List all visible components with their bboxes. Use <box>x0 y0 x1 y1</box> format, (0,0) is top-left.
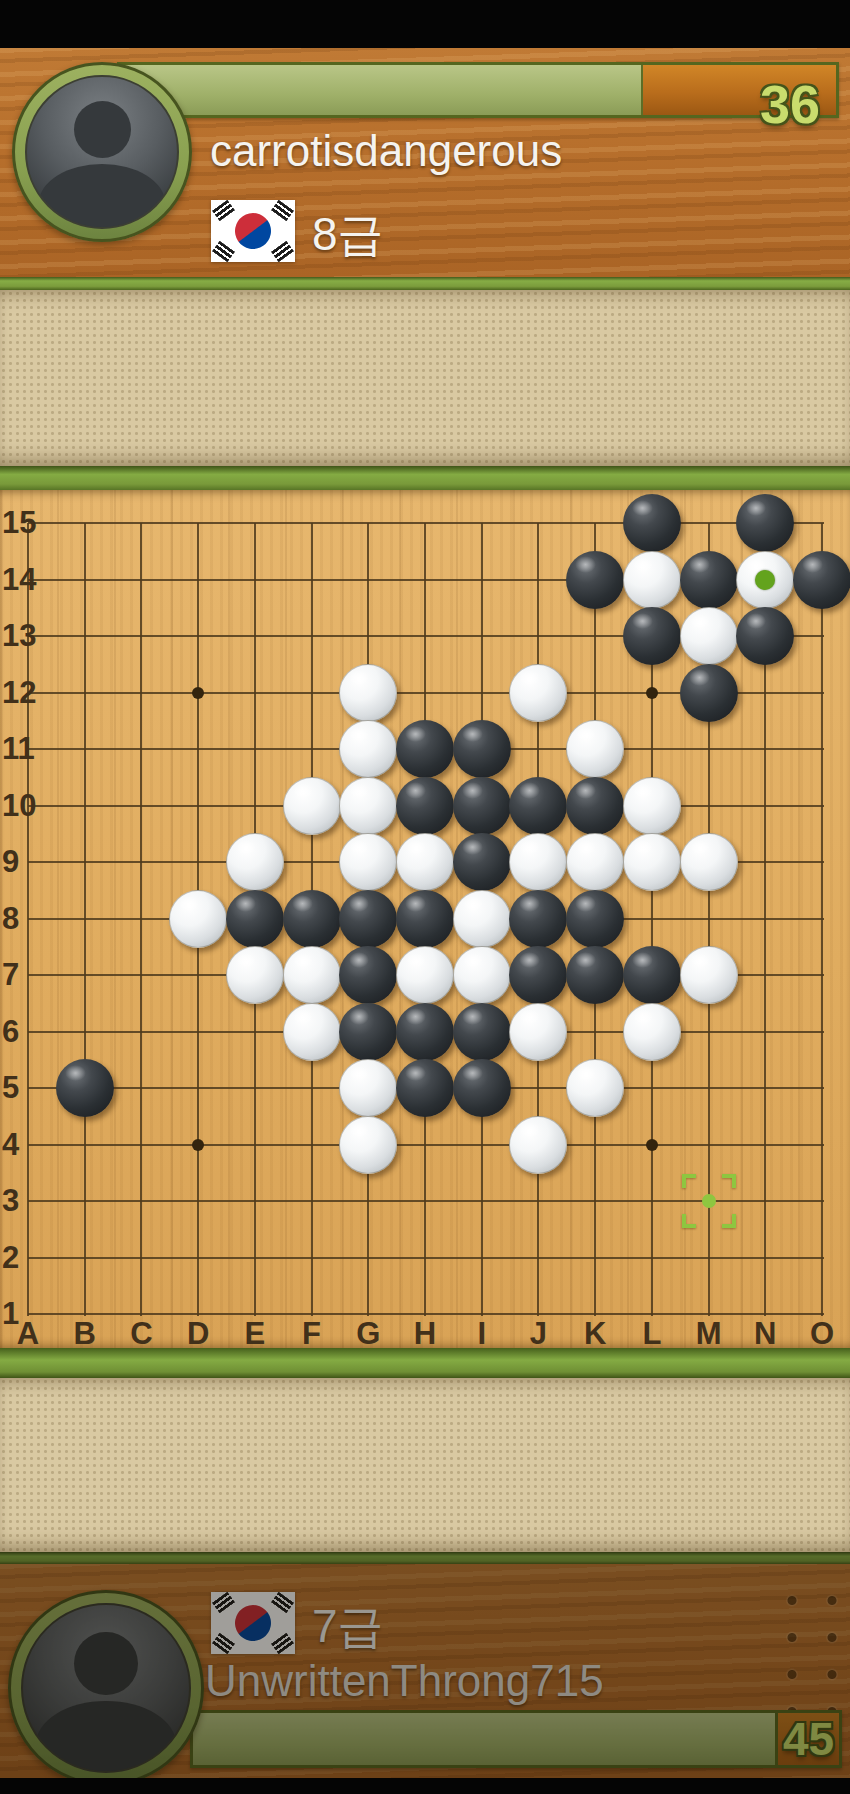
black-stone <box>396 777 454 835</box>
white-stone <box>509 833 567 891</box>
white-stone <box>623 1003 681 1061</box>
black-stone <box>623 607 681 665</box>
top-player-name: carrotisdangerous <box>210 126 562 176</box>
grid-line <box>140 523 142 1316</box>
black-stone <box>793 551 850 609</box>
black-stone <box>680 551 738 609</box>
column-label: O <box>807 1319 837 1349</box>
black-stone <box>396 1003 454 1061</box>
column-label: I <box>467 1319 497 1349</box>
column-label: M <box>694 1319 724 1349</box>
game-screen: 36 carrotisdangerous 8급 1514131211109876… <box>0 0 850 1794</box>
top-timer: 36 <box>760 73 820 135</box>
black-stone <box>566 946 624 1004</box>
row-label: 12 <box>2 676 38 710</box>
white-stone <box>509 1003 567 1061</box>
bottom-timer-bar-fill <box>193 1713 839 1765</box>
background-spacer-top <box>0 290 850 466</box>
avatar-silhouette-icon <box>25 75 179 229</box>
grid-line <box>28 522 824 524</box>
column-label: H <box>410 1319 440 1349</box>
white-stone <box>226 833 284 891</box>
star-point <box>646 687 658 699</box>
white-stone <box>339 720 397 778</box>
board-frame-bottom <box>0 1348 850 1378</box>
grid-line <box>28 1313 824 1315</box>
black-stone <box>453 1003 511 1061</box>
black-stone <box>509 777 567 835</box>
column-label: G <box>353 1319 383 1349</box>
white-stone <box>453 890 511 948</box>
board-section: 151413121110987654321ABCDEFGHIJKLMNO <box>0 466 850 1378</box>
black-stone <box>680 664 738 722</box>
top-player-rank: 8급 <box>312 204 384 266</box>
white-stone <box>339 777 397 835</box>
black-stone <box>396 890 454 948</box>
divider-strip <box>0 1552 850 1564</box>
white-stone <box>396 833 454 891</box>
black-stone <box>736 494 794 552</box>
row-label: 6 <box>2 1015 38 1049</box>
black-stone <box>736 607 794 665</box>
black-stone <box>339 946 397 1004</box>
bottom-timer-bar: 45 <box>190 1710 842 1768</box>
row-label: 5 <box>2 1071 38 1105</box>
row-label: 7 <box>2 958 38 992</box>
white-stone <box>453 946 511 1004</box>
column-label: J <box>523 1319 553 1349</box>
black-stone <box>566 890 624 948</box>
black-stone <box>339 890 397 948</box>
white-stone <box>566 1059 624 1117</box>
white-stone <box>509 1116 567 1174</box>
black-stone <box>453 1059 511 1117</box>
player-panel-top: 36 carrotisdangerous 8급 <box>0 48 850 277</box>
black-stone <box>623 946 681 1004</box>
board-grid[interactable]: 151413121110987654321ABCDEFGHIJKLMNO <box>0 490 850 1348</box>
column-label: L <box>637 1319 667 1349</box>
row-label: 2 <box>2 1241 38 1275</box>
white-stone <box>283 1003 341 1061</box>
top-timer-bar-fill <box>120 65 643 115</box>
row-label: 15 <box>2 506 38 540</box>
white-stone <box>339 664 397 722</box>
black-stone <box>509 946 567 1004</box>
white-stone <box>283 946 341 1004</box>
star-point <box>192 1139 204 1151</box>
row-label: 11 <box>2 732 38 766</box>
status-bar-top <box>0 0 850 48</box>
divider-strip <box>0 277 850 290</box>
row-label: 9 <box>2 845 38 879</box>
column-label: E <box>240 1319 270 1349</box>
player-panel-bottom: 7급 UnwrittenThrong715 45 <box>0 1552 850 1778</box>
bottom-player-name: UnwrittenThrong715 <box>205 1656 604 1706</box>
avatar-silhouette-icon <box>21 1603 191 1773</box>
white-stone <box>509 664 567 722</box>
black-stone <box>396 720 454 778</box>
row-label: 3 <box>2 1184 38 1218</box>
black-stone <box>283 890 341 948</box>
star-point <box>646 1139 658 1151</box>
white-stone <box>283 777 341 835</box>
white-stone <box>226 946 284 1004</box>
grid-line <box>28 1257 824 1259</box>
bottom-timer: 45 <box>783 1712 834 1766</box>
column-label: F <box>297 1319 327 1349</box>
column-label: D <box>183 1319 213 1349</box>
row-label: 4 <box>2 1128 38 1162</box>
board-frame-top <box>0 466 850 490</box>
black-stone <box>566 777 624 835</box>
column-label: A <box>13 1319 43 1349</box>
black-stone <box>453 720 511 778</box>
white-stone <box>680 833 738 891</box>
last-move-marker <box>755 570 775 590</box>
white-stone <box>339 1059 397 1117</box>
black-stone <box>566 551 624 609</box>
south-korea-flag-icon <box>211 200 295 262</box>
row-label: 10 <box>2 789 38 823</box>
black-stone <box>509 890 567 948</box>
white-stone <box>680 607 738 665</box>
black-stone <box>226 890 284 948</box>
top-player-avatar[interactable] <box>12 62 192 242</box>
black-stone <box>453 777 511 835</box>
row-label: 13 <box>2 619 38 653</box>
grid-line <box>84 523 86 1316</box>
target-marker <box>682 1174 736 1228</box>
white-stone <box>169 890 227 948</box>
white-stone <box>566 720 624 778</box>
column-label: K <box>580 1319 610 1349</box>
south-korea-flag-icon <box>211 1592 295 1654</box>
black-stone <box>339 1003 397 1061</box>
white-stone <box>680 946 738 1004</box>
white-stone <box>623 777 681 835</box>
column-label: N <box>750 1319 780 1349</box>
row-label: 14 <box>2 563 38 597</box>
status-bar-bottom <box>0 1778 850 1794</box>
grid-line <box>821 523 823 1316</box>
white-stone <box>623 833 681 891</box>
white-stone <box>623 551 681 609</box>
white-stone <box>339 833 397 891</box>
grid-line <box>28 1144 824 1146</box>
white-stone <box>396 946 454 1004</box>
star-point <box>192 687 204 699</box>
black-stone <box>453 833 511 891</box>
white-stone <box>566 833 624 891</box>
row-label: 8 <box>2 902 38 936</box>
column-label: C <box>126 1319 156 1349</box>
background-spacer-bottom <box>0 1378 850 1552</box>
black-stone <box>623 494 681 552</box>
top-timer-bar: 36 <box>117 62 839 118</box>
column-label: B <box>70 1319 100 1349</box>
bottom-player-avatar[interactable] <box>8 1590 204 1778</box>
bottom-player-rank: 7급 <box>312 1596 384 1658</box>
black-stone <box>396 1059 454 1117</box>
bottom-timer-box: 45 <box>775 1713 839 1765</box>
black-stone <box>56 1059 114 1117</box>
white-stone <box>339 1116 397 1174</box>
